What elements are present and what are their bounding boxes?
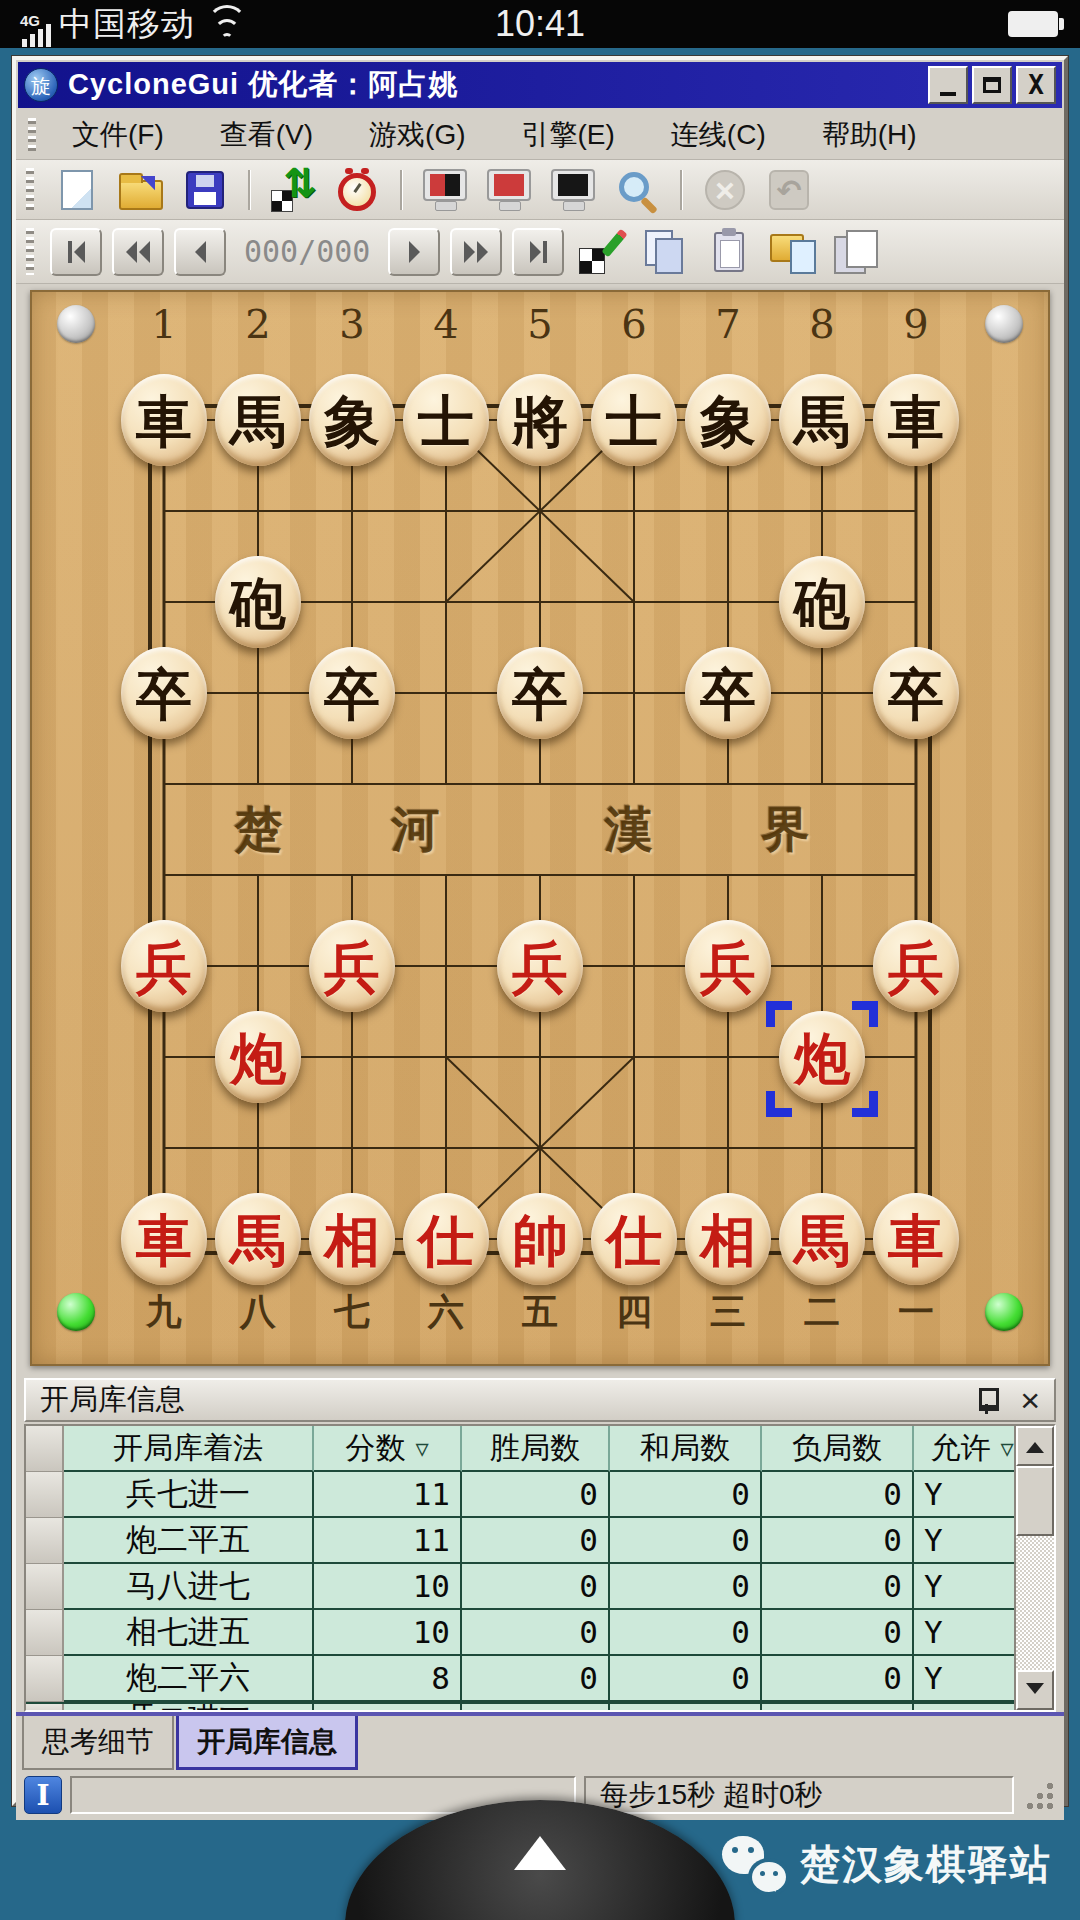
file-label-top: 1 [151,301,176,347]
save-file-icon [186,171,224,209]
first-move-button[interactable] [50,228,102,276]
analyze-icon [619,172,649,202]
back-ten-icon [126,241,137,263]
paste-button[interactable] [702,227,756,277]
board-black-button[interactable] [546,165,600,215]
col-allow[interactable]: 允许▽ [914,1426,1014,1472]
library-icon [834,230,880,274]
back-one-button[interactable] [174,228,226,276]
forward-one-button[interactable] [388,228,440,276]
black-piece-象[interactable]: 象 [309,374,395,466]
scroll-up-button[interactable] [1016,1426,1054,1466]
time-control-field: 每步15秒 超时0秒 [584,1776,1014,1814]
file-label-top: 5 [527,301,552,347]
board-black-icon [551,169,595,201]
red-piece-馬[interactable]: 馬 [779,1193,865,1285]
scroll-up-icon [1026,1433,1044,1453]
col-score[interactable]: 分数▽ [314,1426,462,1472]
main-toolbar [16,160,1064,220]
black-piece-車[interactable]: 車 [121,374,207,466]
library-button[interactable] [830,227,884,277]
file-label-bottom: 一 [898,1288,934,1337]
black-piece-士[interactable]: 士 [591,374,677,466]
import-button[interactable] [766,227,820,277]
minimize-icon [940,92,956,96]
last-move-button[interactable] [512,228,564,276]
menu-bar: 文件(F) 查看(V) 游戏(G) 引擎(E) 连线(C) 帮助(H) [16,110,1064,160]
table-row[interactable]: 炮二平六80 00Y [26,1656,1014,1702]
row-gutter [26,1426,64,1472]
scroll-thumb[interactable] [1016,1466,1054,1536]
book-panel-title: 开局库信息 [40,1380,185,1420]
red-piece-相[interactable]: 相 [309,1193,395,1285]
window-title: CycloneGui 优化者：阿占姚 [68,65,458,105]
menu-file[interactable]: 文件(F) [72,116,164,154]
red-piece-車[interactable]: 車 [121,1193,207,1285]
red-piece-兵[interactable]: 兵 [121,920,207,1012]
paste-icon [714,232,744,272]
timer-button[interactable] [330,165,384,215]
file-label-bottom: 四 [616,1288,652,1337]
app-icon [24,68,58,102]
file-label-bottom: 六 [428,1288,464,1337]
back-one-icon [195,241,206,263]
river-text-right: 漢 界 [605,798,856,862]
battery-icon [1008,11,1058,37]
stop-button[interactable] [698,165,752,215]
board-knob-icon [57,305,95,343]
black-piece-馬[interactable]: 馬 [215,374,301,466]
import-icon [770,230,816,274]
row-gutter [26,1656,64,1702]
file-label-bottom: 二 [804,1288,840,1337]
col-move[interactable]: 开局库着法 [64,1426,314,1472]
red-piece-帥[interactable]: 帥 [497,1193,583,1285]
river-text-left: 楚 河 [235,798,486,862]
panel-close-icon[interactable]: × [1020,1383,1040,1417]
forward-one-icon [409,241,420,263]
board-knob-icon [985,305,1023,343]
file-label-top: 9 [903,301,928,347]
move-counter: 000/000 [244,234,370,269]
row-gutter [26,1564,64,1610]
red-piece-相[interactable]: 相 [685,1193,771,1285]
file-label-top: 4 [433,301,458,347]
red-piece-仕[interactable]: 仕 [403,1193,489,1285]
new-file-button[interactable] [50,165,104,215]
row-gutter [26,1472,64,1518]
phone-status-bar: 4G 中国移动 10:41 [0,0,1080,48]
save-file-button[interactable] [178,165,232,215]
black-piece-卒[interactable]: 卒 [873,647,959,739]
open-file-icon [119,180,163,210]
menu-view[interactable]: 查看(V) [220,116,313,154]
close-button[interactable]: X [1016,66,1056,104]
black-piece-卒[interactable]: 卒 [685,647,771,739]
file-label-bottom: 八 [240,1288,276,1337]
maximize-icon [983,77,1001,93]
info-i-icon[interactable]: I [24,1776,62,1814]
pin-icon[interactable] [978,1386,994,1414]
menu-connect[interactable]: 连线(C) [671,116,766,154]
timer-icon [338,173,376,211]
black-piece-砲[interactable]: 砲 [779,556,865,648]
board-red-button[interactable] [482,165,536,215]
table-row[interactable]: 兵七进一110 00Y [26,1472,1014,1518]
black-piece-將[interactable]: 將 [497,374,583,466]
board-light-icon [57,1293,95,1331]
board-red-icon [487,169,531,201]
col-draws[interactable]: 和局数 [610,1426,762,1472]
up-arrow-icon [514,1836,566,1870]
menu-engine[interactable]: 引擎(E) [522,116,615,154]
black-piece-車[interactable]: 車 [873,374,959,466]
wechat-icon [722,1836,786,1892]
col-losses[interactable]: 负局数 [762,1426,914,1472]
file-label-bottom: 五 [522,1288,558,1337]
file-label-top: 8 [809,301,834,347]
clock-label: 10:41 [0,3,1080,45]
red-piece-兵[interactable]: 兵 [497,920,583,1012]
back-ten-button[interactable] [112,228,164,276]
watermark-text: 楚汉象棋驿站 [800,1837,1052,1892]
book-panel-header: 开局库信息 × [24,1378,1056,1422]
file-label-bottom: 七 [334,1288,370,1337]
menu-help[interactable]: 帮助(H) [822,116,917,154]
forward-ten-icon [464,241,475,263]
new-file-icon [61,170,93,210]
tab-opening-book[interactable]: 开局库信息 [176,1716,358,1770]
row-gutter [26,1518,64,1564]
file-label-top: 3 [339,301,364,347]
menu-game[interactable]: 游戏(G) [369,116,465,154]
swap-sides-button[interactable] [266,165,320,215]
first-move-icon [68,241,72,263]
undo-button[interactable] [762,165,816,215]
file-label-bottom: 九 [146,1288,182,1337]
maximize-button[interactable] [972,66,1012,104]
scroll-down-button[interactable] [1016,1670,1054,1710]
table-scrollbar[interactable] [1014,1426,1054,1710]
red-piece-炮[interactable]: 炮 [215,1011,301,1103]
toolbar-separator [248,170,250,210]
file-label-top: 2 [245,301,270,347]
nav-toolbar: 000/000 [16,220,1064,284]
watermark: 楚汉象棋驿站 [722,1836,1052,1892]
copy-button[interactable] [638,227,692,277]
app-window: CycloneGui 优化者：阿占姚 X 文件(F) 查看(V) 游戏(G) 引… [12,56,1068,1806]
copy-icon [643,230,687,274]
table-row[interactable]: 炮二平五110 00Y [26,1518,1014,1564]
file-label-top: 6 [621,301,646,347]
row-gutter [26,1610,64,1656]
red-piece-兵[interactable]: 兵 [873,920,959,1012]
swap-sides-icon [271,168,315,212]
edit-position-icon [579,230,623,274]
board-red-black-button[interactable] [418,165,472,215]
forward-ten-button[interactable] [450,228,502,276]
board-red-black-icon [423,169,467,201]
sort-icon[interactable]: ▽ [415,1436,428,1461]
toolbar-grip[interactable] [28,118,36,151]
red-piece-炮[interactable]: 炮 [779,1011,865,1103]
table-row[interactable]: 马八进七100 00Y [26,1564,1014,1610]
sort-icon[interactable]: ▽ [1000,1436,1013,1461]
xiangqi-board[interactable]: 123456789九八七六五四三二一楚 河漢 界 車馬象士將士象馬車砲砲卒卒卒卒… [30,290,1050,1366]
stop-icon [705,170,745,210]
analyze-button[interactable] [610,165,664,215]
table-header-row: 开局库着法 分数▽ 胜局数 和局数 负局数 允许▽ [26,1426,1014,1472]
title-bar[interactable]: CycloneGui 优化者：阿占姚 X [18,62,1062,108]
board-light-icon [985,1293,1023,1331]
toolbar-grip[interactable] [26,168,34,211]
opening-book-table: 开局库着法 分数▽ 胜局数 和局数 负局数 允许▽ 兵七进一110 00Y 炮二… [24,1424,1056,1712]
red-piece-仕[interactable]: 仕 [591,1193,677,1285]
black-piece-卒[interactable]: 卒 [121,647,207,739]
toolbar-separator [680,170,682,210]
black-piece-象[interactable]: 象 [685,374,771,466]
toolbar-grip[interactable] [26,228,34,275]
toolbar-separator [400,170,402,210]
minimize-button[interactable] [928,66,968,104]
red-piece-馬[interactable]: 馬 [215,1193,301,1285]
scroll-down-icon [1026,1683,1044,1703]
edit-position-button[interactable] [574,227,628,277]
file-label-top: 7 [715,301,740,347]
resize-grip[interactable] [1026,1780,1056,1810]
red-piece-兵[interactable]: 兵 [685,920,771,1012]
table-row[interactable]: 相七进五100 00Y [26,1610,1014,1656]
red-piece-兵[interactable]: 兵 [309,920,395,1012]
bottom-tab-strip: 思考细节 开局库信息 [16,1712,1064,1770]
last-move-icon [530,241,541,263]
open-file-button[interactable] [114,165,168,215]
col-wins[interactable]: 胜局数 [462,1426,610,1472]
tab-think-detail[interactable]: 思考细节 [22,1716,174,1770]
black-piece-士[interactable]: 士 [403,374,489,466]
selection-marker [766,1001,878,1117]
red-piece-車[interactable]: 車 [873,1193,959,1285]
black-piece-卒[interactable]: 卒 [497,647,583,739]
file-label-bottom: 三 [710,1288,746,1337]
table-row-partial[interactable]: 兵三进一 [26,1702,1014,1710]
black-piece-砲[interactable]: 砲 [215,556,301,648]
black-piece-馬[interactable]: 馬 [779,374,865,466]
undo-icon [769,170,809,210]
black-piece-卒[interactable]: 卒 [309,647,395,739]
